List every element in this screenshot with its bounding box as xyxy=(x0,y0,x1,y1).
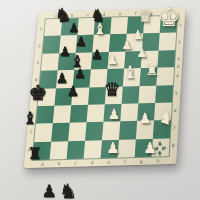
black-rook[interactable]: ♜ xyxy=(28,146,42,162)
square[interactable] xyxy=(159,33,177,51)
square[interactable] xyxy=(102,122,120,140)
black-pawn[interactable]: ♟ xyxy=(69,22,80,34)
coordinate-label: h xyxy=(156,158,159,163)
square[interactable] xyxy=(67,140,85,159)
coordinate-label: 2 xyxy=(38,44,41,49)
square[interactable] xyxy=(85,122,103,140)
coordinate-label: b xyxy=(58,161,61,166)
captured-black-knight[interactable]: ♞ xyxy=(59,181,77,200)
square[interactable] xyxy=(84,140,102,159)
square[interactable] xyxy=(53,105,71,123)
coordinate-label: f xyxy=(135,11,137,16)
white-king[interactable]: ♚ xyxy=(157,4,180,30)
square[interactable] xyxy=(50,141,69,160)
black-bishop[interactable]: ♝ xyxy=(22,110,37,127)
white-pawn[interactable]: ♟ xyxy=(106,53,118,66)
coordinate-label: 2 xyxy=(178,40,181,45)
square[interactable] xyxy=(155,85,173,103)
white-rook[interactable]: ♜ xyxy=(145,63,158,78)
square[interactable] xyxy=(122,86,140,104)
coordinate-label: c xyxy=(87,12,90,17)
square[interactable] xyxy=(68,122,86,140)
coordinate-label: 1 xyxy=(39,27,42,32)
coordinate-label: e xyxy=(119,11,122,16)
coordinate-label: 8 xyxy=(172,143,175,148)
table-background: abcdefgh abcdefgh 12345678 12345678 ♞♞♞♞… xyxy=(0,0,200,200)
square[interactable] xyxy=(43,36,61,54)
captured-black-pawn[interactable]: ♟ xyxy=(41,183,56,200)
maker-mark: © xyxy=(176,64,181,70)
square[interactable] xyxy=(157,50,175,68)
square[interactable] xyxy=(41,53,59,71)
coordinate-label: g xyxy=(140,158,143,163)
coordinate-label: c xyxy=(74,160,77,165)
coordinate-label: 5 xyxy=(175,91,178,96)
square[interactable] xyxy=(36,106,54,124)
square[interactable] xyxy=(70,105,88,123)
square[interactable] xyxy=(51,123,69,141)
white-queen[interactable]: ♛ xyxy=(137,8,152,25)
black-queen[interactable]: ♛ xyxy=(103,80,120,99)
coordinate-label: 7 xyxy=(30,129,33,134)
black-pawn[interactable]: ♟ xyxy=(75,35,87,48)
white-pawn[interactable]: ♟ xyxy=(133,29,144,41)
coordinate-label: f xyxy=(124,159,126,164)
square[interactable] xyxy=(156,67,174,85)
square[interactable] xyxy=(118,139,136,158)
square[interactable] xyxy=(119,121,137,139)
coordinate-label: 3 xyxy=(177,57,180,62)
square[interactable] xyxy=(87,104,105,122)
white-pawn[interactable]: ♟ xyxy=(137,47,148,59)
white-bishop[interactable]: ♝ xyxy=(122,64,137,81)
coordinate-label: 7 xyxy=(173,125,176,130)
white-bishop[interactable]: ♝ xyxy=(93,22,106,37)
black-king[interactable]: ♚ xyxy=(29,83,48,104)
square[interactable] xyxy=(138,85,156,103)
white-pawn[interactable]: ♟ xyxy=(122,39,133,51)
black-pawn[interactable]: ♟ xyxy=(91,48,103,61)
square[interactable] xyxy=(120,103,138,121)
white-pawn[interactable]: ♟ xyxy=(139,111,152,125)
coordinate-label: 3 xyxy=(36,61,39,66)
logo-knight-icon: ♞ xyxy=(157,150,163,156)
black-pawn[interactable]: ♟ xyxy=(74,67,86,80)
white-pawn[interactable]: ♟ xyxy=(143,141,156,156)
coordinate-label: d xyxy=(91,160,94,165)
black-pawn[interactable]: ♟ xyxy=(67,84,80,98)
coordinate-label: 4 xyxy=(176,74,179,79)
coordinate-label: e xyxy=(107,159,110,164)
square[interactable] xyxy=(110,17,128,34)
white-pawn[interactable]: ♟ xyxy=(106,141,119,156)
white-pawn[interactable]: ♟ xyxy=(108,107,121,121)
